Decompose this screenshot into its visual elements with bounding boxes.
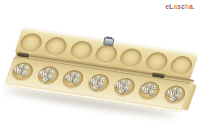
base-pit-2 [35, 64, 61, 85]
lid-pit-7 [168, 55, 195, 77]
lid-pit-5 [118, 47, 145, 69]
base-pit-4 [86, 72, 112, 93]
lid-pit-6 [143, 51, 170, 73]
lid-pit-3 [68, 40, 95, 62]
watermark-letter: . [193, 3, 195, 10]
base-pit-5 [111, 76, 137, 97]
base-pit-1 [9, 61, 35, 82]
clasp-latch-icon [103, 36, 114, 46]
brand-watermark: eLascha. [166, 3, 196, 10]
lid-pit-2 [43, 36, 70, 58]
lid-pit-1 [18, 32, 45, 54]
lid-pit-4 [93, 43, 120, 65]
product-photo: eLascha. [0, 0, 200, 133]
base-pit-6 [136, 80, 162, 101]
mancala-board [2, 26, 193, 113]
clasp-plate-icon [104, 37, 115, 46]
base-pit-3 [60, 68, 86, 89]
